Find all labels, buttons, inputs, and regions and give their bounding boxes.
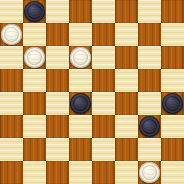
square-r0c2	[46, 0, 69, 23]
square-r6c2	[46, 138, 69, 161]
square-r3c1	[23, 69, 46, 92]
square-r6c0	[0, 138, 23, 161]
square-r7c6[interactable]: ⛀	[138, 161, 161, 184]
square-r4c5[interactable]	[115, 92, 138, 115]
square-r1c7	[161, 23, 184, 46]
square-r2c2	[46, 46, 69, 69]
white-man[interactable]: ⛀	[1, 24, 22, 45]
square-r1c2[interactable]	[46, 23, 69, 46]
square-r2c7[interactable]	[161, 46, 184, 69]
square-r0c3[interactable]	[69, 0, 92, 23]
square-r0c5[interactable]	[115, 0, 138, 23]
square-r4c1[interactable]	[23, 92, 46, 115]
black-man[interactable]: ⛂	[70, 93, 91, 114]
square-r5c7	[161, 115, 184, 138]
square-r3c6[interactable]	[138, 69, 161, 92]
square-r5c6[interactable]: ⛂	[138, 115, 161, 138]
square-r4c0	[0, 92, 23, 115]
square-r1c5	[115, 23, 138, 46]
square-r2c6	[138, 46, 161, 69]
square-r7c0[interactable]	[0, 161, 23, 184]
black-man[interactable]: ⛂	[24, 1, 45, 22]
square-r5c3	[69, 115, 92, 138]
square-r6c4	[92, 138, 115, 161]
square-r5c1	[23, 115, 46, 138]
square-r1c6[interactable]	[138, 23, 161, 46]
square-r2c1[interactable]: ⛀	[23, 46, 46, 69]
square-r3c0[interactable]	[0, 69, 23, 92]
square-r4c2	[46, 92, 69, 115]
square-r1c4[interactable]	[92, 23, 115, 46]
square-r3c7	[161, 69, 184, 92]
square-r4c4	[92, 92, 115, 115]
square-r6c5[interactable]	[115, 138, 138, 161]
square-r4c6	[138, 92, 161, 115]
white-man[interactable]: ⛀	[70, 47, 91, 68]
square-r1c3	[69, 23, 92, 46]
square-r5c5	[115, 115, 138, 138]
square-r0c4	[92, 0, 115, 23]
square-r6c1[interactable]	[23, 138, 46, 161]
black-man[interactable]: ⛂	[162, 93, 183, 114]
square-r4c7[interactable]: ⛂	[161, 92, 184, 115]
square-r3c2[interactable]	[46, 69, 69, 92]
square-r6c3[interactable]	[69, 138, 92, 161]
square-r0c1[interactable]: ⛂	[23, 0, 46, 23]
white-man[interactable]: ⛀	[24, 47, 45, 68]
square-r2c4	[92, 46, 115, 69]
square-r3c3	[69, 69, 92, 92]
square-r7c4[interactable]	[92, 161, 115, 184]
square-r6c6	[138, 138, 161, 161]
square-r7c5	[115, 161, 138, 184]
square-r3c4[interactable]	[92, 69, 115, 92]
square-r2c3[interactable]: ⛀	[69, 46, 92, 69]
black-man[interactable]: ⛂	[139, 116, 160, 137]
square-r6c7[interactable]	[161, 138, 184, 161]
square-r0c6	[138, 0, 161, 23]
square-r7c7	[161, 161, 184, 184]
square-r0c0	[0, 0, 23, 23]
square-r5c0[interactable]	[0, 115, 23, 138]
square-r5c4[interactable]	[92, 115, 115, 138]
square-r7c2[interactable]	[46, 161, 69, 184]
square-r5c2[interactable]	[46, 115, 69, 138]
square-r2c5[interactable]	[115, 46, 138, 69]
square-r3c5	[115, 69, 138, 92]
checkers-board: ⛂⛀⛀⛀⛂⛂⛂⛀	[0, 0, 184, 184]
square-r0c7[interactable]	[161, 0, 184, 23]
square-r7c1	[23, 161, 46, 184]
square-r1c0[interactable]: ⛀	[0, 23, 23, 46]
square-r2c0	[0, 46, 23, 69]
white-man[interactable]: ⛀	[139, 162, 160, 183]
square-r1c1	[23, 23, 46, 46]
square-r4c3[interactable]: ⛂	[69, 92, 92, 115]
square-r7c3	[69, 161, 92, 184]
